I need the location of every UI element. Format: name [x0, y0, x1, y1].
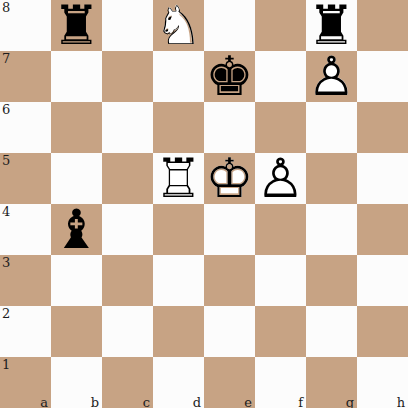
- square-a1[interactable]: 1a: [0, 357, 51, 408]
- white-knight-piece[interactable]: ♞♘: [153, 0, 204, 51]
- file-label-e: e: [244, 395, 252, 408]
- square-h3[interactable]: [357, 255, 408, 306]
- square-g7[interactable]: ♟♙: [306, 51, 357, 102]
- rank-label-2: 2: [2, 306, 10, 321]
- square-h4[interactable]: [357, 204, 408, 255]
- square-b6[interactable]: [51, 102, 102, 153]
- square-g1[interactable]: g: [306, 357, 357, 408]
- black-king-piece[interactable]: ♚: [204, 51, 255, 102]
- square-b2[interactable]: [51, 306, 102, 357]
- square-f3[interactable]: [255, 255, 306, 306]
- square-h7[interactable]: [357, 51, 408, 102]
- square-g6[interactable]: [306, 102, 357, 153]
- square-d8[interactable]: ♞♘: [153, 0, 204, 51]
- black-bishop-piece[interactable]: ♝: [51, 204, 102, 255]
- square-f1[interactable]: f: [255, 357, 306, 408]
- rank-label-7: 7: [2, 51, 10, 66]
- file-label-h: h: [397, 395, 405, 408]
- square-d3[interactable]: [153, 255, 204, 306]
- rank-label-5: 5: [2, 153, 10, 168]
- square-c2[interactable]: [102, 306, 153, 357]
- white-rook-icon: ♖: [153, 153, 204, 204]
- square-b8[interactable]: ♜: [51, 0, 102, 51]
- square-b5[interactable]: [51, 153, 102, 204]
- square-b7[interactable]: [51, 51, 102, 102]
- black-bishop-icon: ♝: [51, 204, 102, 255]
- white-knight-icon: ♘: [153, 0, 204, 51]
- white-king-piece[interactable]: ♚♔: [204, 153, 255, 204]
- white-rook-piece[interactable]: ♜♖: [153, 153, 204, 204]
- file-label-c: c: [143, 395, 150, 408]
- square-e5[interactable]: ♚♔: [204, 153, 255, 204]
- square-f8[interactable]: [255, 0, 306, 51]
- square-c5[interactable]: [102, 153, 153, 204]
- square-e1[interactable]: e: [204, 357, 255, 408]
- square-f7[interactable]: [255, 51, 306, 102]
- black-rook-icon: ♜: [306, 0, 357, 51]
- white-pawn-piece[interactable]: ♟♙: [255, 153, 306, 204]
- square-e6[interactable]: [204, 102, 255, 153]
- square-a6[interactable]: 6: [0, 102, 51, 153]
- rank-label-3: 3: [2, 255, 10, 270]
- square-h2[interactable]: [357, 306, 408, 357]
- square-b4[interactable]: ♝: [51, 204, 102, 255]
- square-c7[interactable]: [102, 51, 153, 102]
- black-rook-piece[interactable]: ♜: [306, 0, 357, 51]
- square-d7[interactable]: [153, 51, 204, 102]
- square-g5[interactable]: [306, 153, 357, 204]
- square-g4[interactable]: [306, 204, 357, 255]
- square-a3[interactable]: 3: [0, 255, 51, 306]
- file-label-g: g: [346, 395, 354, 408]
- square-f4[interactable]: [255, 204, 306, 255]
- white-pawn-icon: ♙: [255, 153, 306, 204]
- black-rook-icon: ♜: [51, 0, 102, 51]
- file-label-f: f: [298, 395, 303, 408]
- square-f2[interactable]: [255, 306, 306, 357]
- black-king-icon: ♚: [204, 51, 255, 102]
- square-c3[interactable]: [102, 255, 153, 306]
- square-h8[interactable]: [357, 0, 408, 51]
- square-b3[interactable]: [51, 255, 102, 306]
- square-c6[interactable]: [102, 102, 153, 153]
- square-g3[interactable]: [306, 255, 357, 306]
- square-c8[interactable]: [102, 0, 153, 51]
- file-label-b: b: [91, 395, 99, 408]
- rank-label-8: 8: [2, 0, 10, 15]
- square-c4[interactable]: [102, 204, 153, 255]
- file-label-d: d: [193, 395, 201, 408]
- square-c1[interactable]: c: [102, 357, 153, 408]
- rank-label-6: 6: [2, 102, 10, 117]
- square-b1[interactable]: b: [51, 357, 102, 408]
- square-a4[interactable]: 4: [0, 204, 51, 255]
- square-h1[interactable]: h: [357, 357, 408, 408]
- rank-label-1: 1: [2, 357, 10, 372]
- square-e8[interactable]: [204, 0, 255, 51]
- white-pawn-icon: ♙: [306, 51, 357, 102]
- square-e7[interactable]: ♚: [204, 51, 255, 102]
- file-label-a: a: [40, 395, 48, 408]
- white-king-icon: ♔: [204, 153, 255, 204]
- rank-label-4: 4: [2, 204, 10, 219]
- chess-board: 8♜♞♘♜7♚♟♙65♜♖♚♔♟♙4♝321abcdefgh: [0, 0, 408, 408]
- square-a2[interactable]: 2: [0, 306, 51, 357]
- square-g2[interactable]: [306, 306, 357, 357]
- white-pawn-piece[interactable]: ♟♙: [306, 51, 357, 102]
- square-d6[interactable]: [153, 102, 204, 153]
- square-d5[interactable]: ♜♖: [153, 153, 204, 204]
- square-f6[interactable]: [255, 102, 306, 153]
- square-a7[interactable]: 7: [0, 51, 51, 102]
- square-d2[interactable]: [153, 306, 204, 357]
- square-e2[interactable]: [204, 306, 255, 357]
- square-h5[interactable]: [357, 153, 408, 204]
- square-a5[interactable]: 5: [0, 153, 51, 204]
- black-rook-piece[interactable]: ♜: [51, 0, 102, 51]
- square-a8[interactable]: 8: [0, 0, 51, 51]
- square-g8[interactable]: ♜: [306, 0, 357, 51]
- square-d4[interactable]: [153, 204, 204, 255]
- square-f5[interactable]: ♟♙: [255, 153, 306, 204]
- square-d1[interactable]: d: [153, 357, 204, 408]
- square-h6[interactable]: [357, 102, 408, 153]
- square-e3[interactable]: [204, 255, 255, 306]
- square-e4[interactable]: [204, 204, 255, 255]
